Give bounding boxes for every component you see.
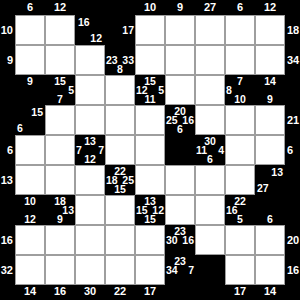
margin-clue-bottom-c1: 16 <box>45 286 75 297</box>
margin-clue-left-r5: 13 <box>0 165 13 195</box>
white-cell-r5c5[interactable] <box>165 165 195 195</box>
white-cell-r1c7[interactable] <box>225 45 255 75</box>
margin-clue-left-r7: 16 <box>0 225 13 255</box>
black-cell-r1c3: 23338 <box>105 45 135 75</box>
white-cell-r7c6[interactable] <box>195 225 225 255</box>
white-cell-r8c4[interactable] <box>135 255 165 285</box>
margin-clue-top-c1: 12 <box>45 2 75 13</box>
white-cell-r8c3[interactable] <box>105 255 135 285</box>
black-cell-r6c4: 13151215 <box>135 195 165 225</box>
black-cell-r3c5: 2025166 <box>165 105 195 135</box>
white-cell-r7c0[interactable] <box>15 225 45 255</box>
white-cell-r5c2[interactable] <box>75 165 105 195</box>
clue-r-r4c6: 4 <box>218 145 224 156</box>
clue-l-r4c6: 11 <box>196 145 207 156</box>
margin-clue-bottom-c8: 14 <box>255 286 285 297</box>
margin-clue-bottom-c4: 17 <box>135 286 165 297</box>
white-cell-r3c4[interactable] <box>135 105 165 135</box>
white-cell-r7c4[interactable] <box>135 225 165 255</box>
margin-clue-right-r0: 18 <box>287 15 300 45</box>
white-cell-r3c6[interactable] <box>195 105 225 135</box>
clue-b-r6c7: 5 <box>237 214 243 225</box>
black-cell-r4c2: 137712 <box>75 135 105 165</box>
white-cell-r2c2[interactable] <box>75 75 105 105</box>
white-cell-r5c7[interactable] <box>225 165 255 195</box>
white-cell-r4c0[interactable] <box>15 135 45 165</box>
margin-clue-left-r8: 32 <box>0 255 13 285</box>
white-cell-r3c3[interactable] <box>105 105 135 135</box>
black-cell-r8c5: 23347 <box>165 255 195 285</box>
clue-l-r2c7: 8 <box>226 85 232 96</box>
black-cell-r6c1: 18139 <box>45 195 75 225</box>
white-cell-r8c0[interactable] <box>15 255 45 285</box>
clue-l-r6c7: 16 <box>226 205 238 216</box>
clue-r-r4c2: 7 <box>98 145 104 156</box>
margin-clue-top-c8: 12 <box>255 2 285 13</box>
margin-clue-top-c5: 9 <box>165 2 195 13</box>
black-cell-r0c2: 1612 <box>75 15 105 45</box>
clue-bl-r5c8: 27 <box>257 183 269 194</box>
white-cell-r6c2[interactable] <box>75 195 105 225</box>
black-cell-r2c4: 1512511 <box>135 75 165 105</box>
black-cell-r7c5: 233016 <box>165 225 195 255</box>
white-cell-r5c0[interactable] <box>15 165 45 195</box>
white-cell-r2c5[interactable] <box>165 75 195 105</box>
white-cell-r1c6[interactable] <box>195 45 225 75</box>
black-cell-r6c8: 6 <box>255 195 285 225</box>
white-cell-r3c8[interactable] <box>255 105 285 135</box>
clue-b-r2c7: 10 <box>234 94 246 105</box>
white-cell-r0c8[interactable] <box>255 15 285 45</box>
white-cell-r8c1[interactable] <box>45 255 75 285</box>
white-cell-r8c2[interactable] <box>75 255 105 285</box>
clue-br-r0c2: 12 <box>90 33 102 44</box>
clue-l-r3c5: 25 <box>166 115 178 126</box>
margin-clue-left-r0: 10 <box>0 15 13 45</box>
white-cell-r0c1[interactable] <box>45 15 75 45</box>
white-cell-r7c8[interactable] <box>255 225 285 255</box>
black-cell-r3c0: 156 <box>15 105 45 135</box>
white-cell-r4c7[interactable] <box>225 135 255 165</box>
white-cell-r1c4[interactable] <box>135 45 165 75</box>
white-cell-r0c0[interactable] <box>15 15 45 45</box>
white-cell-r1c0[interactable] <box>15 45 45 75</box>
margin-clue-top-c0: 6 <box>15 2 45 13</box>
white-cell-r1c1[interactable] <box>45 45 75 75</box>
white-cell-r5c1[interactable] <box>45 165 75 195</box>
white-cell-r4c1[interactable] <box>45 135 75 165</box>
clue-b-r6c1: 9 <box>57 214 63 225</box>
margin-clue-bottom-c7: 17 <box>225 286 255 297</box>
clue-b-r1c3: 8 <box>117 64 123 75</box>
clue-b-r6c0: 12 <box>24 214 36 225</box>
black-cell-r4c5 <box>165 135 195 165</box>
white-cell-r2c6[interactable] <box>195 75 225 105</box>
clue-t-r6c0: 10 <box>24 196 36 207</box>
clue-b-r2c1: 7 <box>57 94 63 105</box>
clue-tl-r0c2: 16 <box>78 17 90 28</box>
clue-l-r1c3: 23 <box>106 55 118 66</box>
white-cell-r4c4[interactable] <box>135 135 165 165</box>
margin-clue-top-c4: 10 <box>135 2 165 13</box>
white-cell-r7c1[interactable] <box>45 225 75 255</box>
margin-clue-left-r1: 9 <box>0 45 13 75</box>
clue-r-r6c1: 13 <box>62 205 74 216</box>
clue-r-r7c5: 16 <box>182 235 194 246</box>
black-cell-r6c7: 22165 <box>225 195 255 225</box>
clue-b-r6c8: 6 <box>267 214 273 225</box>
clue-r-r8c5: 7 <box>188 265 194 276</box>
white-cell-r0c7[interactable] <box>225 15 255 45</box>
clue-b-r6c4: 15 <box>144 214 156 225</box>
margin-clue-bottom-c0: 14 <box>15 286 45 297</box>
clue-t-r2c8: 14 <box>264 76 276 87</box>
margin-clue-bottom-c3: 22 <box>105 286 135 297</box>
clue-b-r2c8: 9 <box>267 94 273 105</box>
white-cell-r3c1[interactable] <box>45 105 75 135</box>
black-cell-r2c8: 149 <box>255 75 285 105</box>
white-cell-r1c5[interactable] <box>165 45 195 75</box>
white-cell-r5c6[interactable] <box>195 165 225 195</box>
margin-clue-right-r8: 16 <box>287 255 300 285</box>
clue-l-r7c5: 30 <box>166 235 178 246</box>
white-cell-r0c6[interactable] <box>195 15 225 45</box>
clue-r-r3c5: 16 <box>182 115 194 126</box>
margin-clue-right-r1: 34 <box>287 45 300 75</box>
margin-clue-top-c7: 6 <box>225 2 255 13</box>
clue-b-r4c2: 12 <box>84 154 96 165</box>
white-cell-r4c8[interactable] <box>255 135 285 165</box>
margin-clue-right-r7: 20 <box>287 225 300 255</box>
clue-r-r2c4: 5 <box>158 85 164 96</box>
black-cell-r8c6 <box>195 255 225 285</box>
white-cell-r6c6[interactable] <box>195 195 225 225</box>
clue-b-r4c6: 6 <box>207 154 213 165</box>
black-cell-r0c3: 17 <box>105 15 135 45</box>
black-cell-r2c1: 1557 <box>45 75 75 105</box>
kakuro-grid: 1612172333891557151251178101491562025166… <box>15 15 285 285</box>
clue-l-r4c2: 7 <box>76 145 82 156</box>
white-cell-r0c5[interactable] <box>165 15 195 45</box>
white-cell-r8c8[interactable] <box>255 255 285 285</box>
white-cell-r7c2[interactable] <box>75 225 105 255</box>
white-cell-r6c3[interactable] <box>105 195 135 225</box>
white-cell-r1c2[interactable] <box>75 45 105 75</box>
clue-r-r1c3: 33 <box>122 55 134 66</box>
clue-t-r2c0: 9 <box>27 76 33 87</box>
margin-clue-left-r4: 6 <box>0 135 13 165</box>
clue-tr-r3c0: 15 <box>31 107 43 118</box>
kakuro-board: 1612172333891557151251178101491562025166… <box>0 0 300 300</box>
clue-b-r2c4: 11 <box>144 94 155 105</box>
white-cell-r3c2[interactable] <box>75 105 105 135</box>
margin-clue-right-r4: 6 <box>287 135 300 165</box>
black-cell-r2c7: 7810 <box>225 75 255 105</box>
clue-r-r0c3: 17 <box>122 25 134 36</box>
black-cell-r4c6: 301146 <box>195 135 225 165</box>
black-cell-r5c8: 1327 <box>255 165 285 195</box>
clue-t-r2c7: 7 <box>237 76 243 87</box>
white-cell-r0c4[interactable] <box>135 15 165 45</box>
white-cell-r4c3[interactable] <box>105 135 135 165</box>
margin-clue-top-c6: 27 <box>195 2 225 13</box>
margin-clue-bottom-c2: 30 <box>75 286 105 297</box>
clue-r-r2c1: 5 <box>68 85 74 96</box>
white-cell-r5c4[interactable] <box>135 165 165 195</box>
black-cell-r6c0: 1012 <box>15 195 45 225</box>
white-cell-r7c7[interactable] <box>225 225 255 255</box>
clue-t-r2c1: 15 <box>54 76 66 87</box>
clue-t-r4c2: 13 <box>84 136 96 147</box>
clue-tr-r5c8: 13 <box>271 167 283 178</box>
white-cell-r6c5[interactable] <box>165 195 195 225</box>
white-cell-r8c7[interactable] <box>225 255 255 285</box>
clue-b-r5c3: 15 <box>114 184 126 195</box>
white-cell-r7c3[interactable] <box>105 225 135 255</box>
margin-clue-right-r3: 21 <box>287 105 300 135</box>
clue-bl-r3c0: 6 <box>17 123 23 134</box>
white-cell-r1c8[interactable] <box>255 45 285 75</box>
clue-b-r3c5: 6 <box>177 124 183 135</box>
clue-l-r8c5: 34 <box>166 265 178 276</box>
white-cell-r2c3[interactable] <box>105 75 135 105</box>
black-cell-r5c3: 22182515 <box>105 165 135 195</box>
black-cell-r2c0: 9 <box>15 75 45 105</box>
white-cell-r3c7[interactable] <box>225 105 255 135</box>
